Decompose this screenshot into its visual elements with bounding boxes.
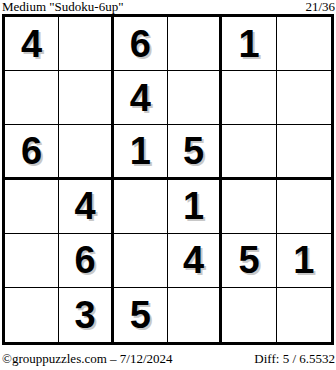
cell-r2c1-empty[interactable]: [5, 71, 59, 125]
cell-r4c5-empty[interactable]: [222, 180, 276, 234]
cell-r2c2-empty[interactable]: [59, 71, 113, 125]
cell-r3c4-given: 5: [168, 125, 222, 179]
cell-r1c6-empty[interactable]: [277, 17, 331, 71]
cell-r2c4-empty[interactable]: [168, 71, 222, 125]
cell-r3c2-empty[interactable]: [59, 125, 113, 179]
copyright-text: ©grouppuzzles.com – 7/12/2024: [2, 351, 173, 366]
cell-r5c6-given: 1: [277, 234, 331, 288]
cell-r4c6-empty[interactable]: [277, 180, 331, 234]
cell-r5c2-given: 6: [59, 234, 113, 288]
cell-r2c6-empty[interactable]: [277, 71, 331, 125]
cell-r1c3-given: 6: [114, 17, 168, 71]
cell-r6c4-empty[interactable]: [168, 288, 222, 342]
cell-r6c1-empty[interactable]: [5, 288, 59, 342]
cell-r4c3-empty[interactable]: [114, 180, 168, 234]
cell-r1c2-empty[interactable]: [59, 17, 113, 71]
difficulty-text: Diff: 5 / 6.5532: [254, 351, 335, 366]
cell-r4c2-given: 4: [59, 180, 113, 234]
cell-r6c6-empty[interactable]: [277, 288, 331, 342]
cell-r5c1-empty[interactable]: [5, 234, 59, 288]
cell-r4c4-given: 1: [168, 180, 222, 234]
cell-r6c2-given: 3: [59, 288, 113, 342]
cell-r5c5-given: 5: [222, 234, 276, 288]
header: Medium "Sudoku-6up" 21/36: [2, 0, 335, 14]
cell-r1c5-given: 1: [222, 17, 276, 71]
cell-r2c3-given: 4: [114, 71, 168, 125]
cell-r6c3-given: 5: [114, 288, 168, 342]
cell-r3c1-given: 6: [5, 125, 59, 179]
page-counter: 21/36: [305, 0, 335, 14]
cell-r3c5-empty[interactable]: [222, 125, 276, 179]
cell-r1c1-given: 4: [5, 17, 59, 71]
cell-r5c3-empty[interactable]: [114, 234, 168, 288]
cell-r2c5-empty[interactable]: [222, 71, 276, 125]
cell-r1c4-empty[interactable]: [168, 17, 222, 71]
cell-r5c4-given: 4: [168, 234, 222, 288]
sudoku-board: 461461541645135: [2, 14, 334, 345]
cell-r6c5-empty[interactable]: [222, 288, 276, 342]
cell-r4c1-empty[interactable]: [5, 180, 59, 234]
puzzle-page: Medium "Sudoku-6up" 21/36 46146154164513…: [0, 0, 336, 370]
footer: ©grouppuzzles.com – 7/12/2024 Diff: 5 / …: [2, 351, 335, 366]
cell-r3c6-empty[interactable]: [277, 125, 331, 179]
cell-r3c3-given: 1: [114, 125, 168, 179]
puzzle-title: Medium "Sudoku-6up": [2, 0, 123, 14]
